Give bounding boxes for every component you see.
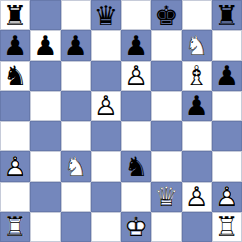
white-pawn-outline-glyph: ♙ <box>182 182 212 212</box>
square-h1[interactable]: ♜♖ <box>212 212 242 242</box>
square-g6[interactable]: ♝♗ <box>182 61 212 91</box>
piece-black-knight[interactable]: ♞ <box>0 61 30 91</box>
piece-black-rook[interactable]: ♜ <box>0 0 30 30</box>
piece-white-pawn[interactable]: ♟♙ <box>182 182 212 212</box>
piece-black-pawn[interactable]: ♟ <box>61 30 91 60</box>
square-g1[interactable] <box>182 212 212 242</box>
square-b2[interactable] <box>30 182 60 212</box>
square-c2[interactable] <box>61 182 91 212</box>
square-b6[interactable] <box>30 61 60 91</box>
square-e1[interactable]: ♚♔ <box>121 212 151 242</box>
square-g2[interactable]: ♟♙ <box>182 182 212 212</box>
piece-white-king[interactable]: ♚♔ <box>121 212 151 242</box>
square-h3[interactable] <box>212 151 242 181</box>
square-d2[interactable] <box>91 182 121 212</box>
square-b4[interactable] <box>30 121 60 151</box>
white-king-outline-glyph: ♔ <box>121 212 151 242</box>
square-a3[interactable]: ♟♙ <box>0 151 30 181</box>
piece-black-pawn[interactable]: ♟ <box>212 61 242 91</box>
square-g4[interactable] <box>182 121 212 151</box>
piece-white-rook[interactable]: ♜♖ <box>212 212 242 242</box>
square-a1[interactable]: ♜♖ <box>0 212 30 242</box>
square-d3[interactable] <box>91 151 121 181</box>
square-f8[interactable]: ♚ <box>151 0 181 30</box>
square-h2[interactable]: ♟♙ <box>212 182 242 212</box>
square-c3[interactable]: ♞♘ <box>61 151 91 181</box>
white-queen-outline-glyph: ♕ <box>151 182 181 212</box>
white-pawn-outline-glyph: ♙ <box>212 182 242 212</box>
square-c1[interactable] <box>61 212 91 242</box>
square-e8[interactable] <box>121 0 151 30</box>
piece-black-knight[interactable]: ♞ <box>121 151 151 181</box>
square-a4[interactable] <box>0 121 30 151</box>
square-b3[interactable] <box>30 151 60 181</box>
square-b1[interactable] <box>30 212 60 242</box>
white-pawn-outline-glyph: ♙ <box>121 61 151 91</box>
piece-white-queen[interactable]: ♛♕ <box>151 182 181 212</box>
square-f3[interactable] <box>151 151 181 181</box>
piece-black-pawn[interactable]: ♟ <box>182 91 212 121</box>
square-d4[interactable] <box>91 121 121 151</box>
piece-black-queen[interactable]: ♛ <box>91 0 121 30</box>
square-e3[interactable]: ♞ <box>121 151 151 181</box>
square-h8[interactable]: ♜ <box>212 0 242 30</box>
square-d7[interactable] <box>91 30 121 60</box>
square-a2[interactable] <box>0 182 30 212</box>
square-c6[interactable] <box>61 61 91 91</box>
square-g8[interactable] <box>182 0 212 30</box>
white-rook-outline-glyph: ♖ <box>0 212 30 242</box>
square-e2[interactable] <box>121 182 151 212</box>
square-d6[interactable] <box>91 61 121 91</box>
square-c5[interactable] <box>61 91 91 121</box>
square-e6[interactable]: ♟♙ <box>121 61 151 91</box>
piece-black-rook[interactable]: ♜ <box>212 0 242 30</box>
square-a8[interactable]: ♜ <box>0 0 30 30</box>
square-c8[interactable] <box>61 0 91 30</box>
piece-black-pawn[interactable]: ♟ <box>30 30 60 60</box>
white-knight-outline-glyph: ♘ <box>61 151 91 181</box>
square-f6[interactable] <box>151 61 181 91</box>
square-e4[interactable] <box>121 121 151 151</box>
piece-black-pawn[interactable]: ♟ <box>0 30 30 60</box>
square-f2[interactable]: ♛♕ <box>151 182 181 212</box>
piece-white-pawn[interactable]: ♟♙ <box>0 151 30 181</box>
square-b8[interactable] <box>30 0 60 30</box>
white-knight-outline-glyph: ♘ <box>182 30 212 60</box>
piece-black-pawn[interactable]: ♟ <box>121 30 151 60</box>
square-g3[interactable] <box>182 151 212 181</box>
square-h6[interactable]: ♟ <box>212 61 242 91</box>
square-d5[interactable]: ♟♙ <box>91 91 121 121</box>
square-c7[interactable]: ♟ <box>61 30 91 60</box>
white-pawn-outline-glyph: ♙ <box>91 91 121 121</box>
square-a5[interactable] <box>0 91 30 121</box>
square-c4[interactable] <box>61 121 91 151</box>
chess-board: ♜♛♚♜♟♟♟♟♞♘♞♟♙♝♗♟♟♙♟♟♙♞♘♞♛♕♟♙♟♙♜♖♚♔♜♖ <box>0 0 242 242</box>
square-f5[interactable] <box>151 91 181 121</box>
piece-white-knight[interactable]: ♞♘ <box>61 151 91 181</box>
square-h5[interactable] <box>212 91 242 121</box>
square-d1[interactable] <box>91 212 121 242</box>
square-e7[interactable]: ♟ <box>121 30 151 60</box>
square-g7[interactable]: ♞♘ <box>182 30 212 60</box>
piece-white-pawn[interactable]: ♟♙ <box>212 182 242 212</box>
white-rook-outline-glyph: ♖ <box>212 212 242 242</box>
square-b7[interactable]: ♟ <box>30 30 60 60</box>
square-f1[interactable] <box>151 212 181 242</box>
piece-white-pawn[interactable]: ♟♙ <box>91 91 121 121</box>
square-e5[interactable] <box>121 91 151 121</box>
piece-white-rook[interactable]: ♜♖ <box>0 212 30 242</box>
square-h7[interactable] <box>212 30 242 60</box>
white-bishop-outline-glyph: ♗ <box>182 61 212 91</box>
square-a6[interactable]: ♞ <box>0 61 30 91</box>
square-f4[interactable] <box>151 121 181 151</box>
square-h4[interactable] <box>212 121 242 151</box>
square-b5[interactable] <box>30 91 60 121</box>
square-a7[interactable]: ♟ <box>0 30 30 60</box>
piece-white-bishop[interactable]: ♝♗ <box>182 61 212 91</box>
white-pawn-outline-glyph: ♙ <box>0 151 30 181</box>
square-f7[interactable] <box>151 30 181 60</box>
square-d8[interactable]: ♛ <box>91 0 121 30</box>
piece-black-king[interactable]: ♚ <box>151 0 181 30</box>
piece-white-pawn[interactable]: ♟♙ <box>121 61 151 91</box>
piece-white-knight[interactable]: ♞♘ <box>182 30 212 60</box>
square-g5[interactable]: ♟ <box>182 91 212 121</box>
